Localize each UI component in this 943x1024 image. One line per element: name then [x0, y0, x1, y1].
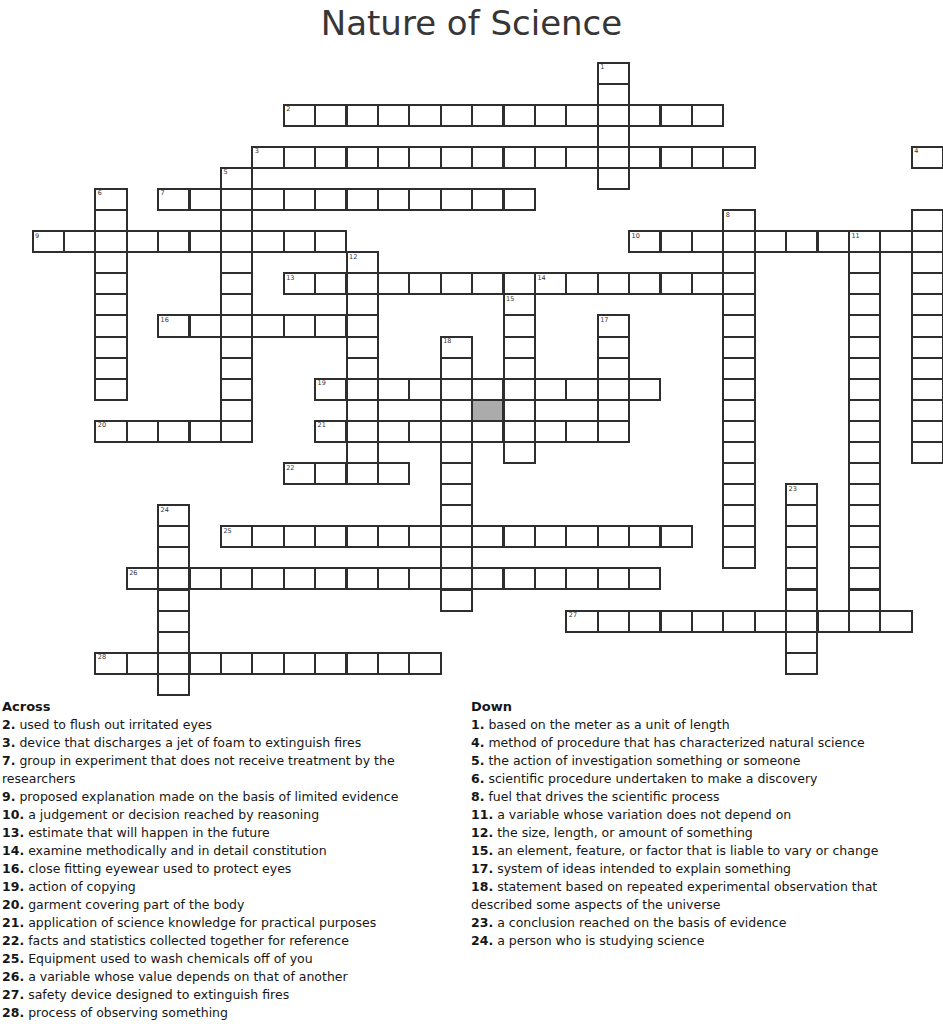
grid-cell[interactable]	[251, 652, 284, 675]
grid-cell[interactable]	[157, 314, 190, 337]
grid-cell[interactable]	[534, 567, 567, 590]
grid-cell[interactable]	[785, 631, 818, 654]
grid-cell[interactable]	[94, 293, 127, 316]
grid-cell[interactable]	[346, 251, 379, 274]
grid-cell[interactable]	[722, 420, 755, 443]
grid-cell[interactable]	[314, 230, 347, 253]
grid-cell[interactable]	[157, 631, 190, 654]
grid-cell[interactable]	[346, 314, 379, 337]
grid-cell[interactable]	[283, 525, 316, 548]
grid-cell[interactable]	[440, 336, 473, 359]
clue-text: application of science knowledge for pra…	[28, 915, 376, 930]
grid-cell[interactable]	[471, 567, 504, 590]
grid-cell[interactable]	[346, 146, 379, 169]
clue-number-label: 3.	[2, 735, 15, 750]
clue-number-label: 24.	[471, 933, 493, 948]
grid-cell[interactable]	[691, 104, 724, 127]
grid-cell[interactable]	[660, 610, 693, 633]
grid-cell[interactable]	[314, 652, 347, 675]
clue-item-down-23: 23. a conclusion reached on the basis of…	[471, 914, 941, 932]
grid-cell[interactable]	[32, 230, 65, 253]
grid-cell[interactable]	[565, 146, 598, 169]
grid-cell[interactable]	[346, 293, 379, 316]
grid-cell[interactable]	[565, 525, 598, 548]
grid-cell[interactable]	[440, 483, 473, 506]
clue-number-label: 16.	[2, 861, 24, 876]
grid-cell[interactable]	[754, 610, 787, 633]
grid-cell[interactable]	[503, 378, 536, 401]
grid-cell[interactable]	[597, 272, 630, 295]
grid-cell[interactable]	[189, 420, 222, 443]
grid-cell[interactable]	[660, 104, 693, 127]
grid-cell[interactable]	[848, 567, 881, 590]
grid-cell[interactable]	[157, 230, 190, 253]
grid-cell[interactable]	[94, 357, 127, 380]
grid-cell[interactable]	[503, 188, 536, 211]
clue-text: an element, feature, or factor that is l…	[497, 843, 878, 858]
grid-cell[interactable]	[283, 652, 316, 675]
grid-cell[interactable]	[157, 567, 190, 590]
grid-cell[interactable]	[722, 399, 755, 422]
grid-cell[interactable]	[157, 504, 190, 527]
grid-cell[interactable]	[785, 483, 818, 506]
grid-cell[interactable]	[848, 251, 881, 274]
grid-cell[interactable]	[503, 336, 536, 359]
grid-cell[interactable]	[503, 293, 536, 316]
grid-cell[interactable]	[565, 420, 598, 443]
grid-cell[interactable]	[283, 230, 316, 253]
grid-cell[interactable]	[220, 525, 253, 548]
grid-cell[interactable]	[346, 567, 379, 590]
grid-cell[interactable]	[408, 146, 441, 169]
grid-cell[interactable]	[534, 525, 567, 548]
grid-cell[interactable]	[440, 272, 473, 295]
clue-number-label: 8.	[471, 789, 484, 804]
grid-cell[interactable]	[597, 336, 630, 359]
grid-cell[interactable]	[597, 357, 630, 380]
grid-cell[interactable]	[189, 314, 222, 337]
grid-cell[interactable]	[597, 167, 630, 190]
grid-cell[interactable]	[503, 357, 536, 380]
grid-cell[interactable]	[157, 589, 190, 612]
grid-cell[interactable]	[597, 146, 630, 169]
grid-cell[interactable]	[565, 567, 598, 590]
grid-cell[interactable]	[817, 230, 850, 253]
clue-item-across-26: 26. a variable whose value depends on th…	[2, 968, 460, 986]
clue-item-across-28: 28. process of observing something	[2, 1004, 460, 1022]
grid-cell[interactable]	[314, 525, 347, 548]
grid-cell[interactable]	[722, 251, 755, 274]
grid-cell[interactable]	[691, 610, 724, 633]
grid-cell[interactable]	[283, 146, 316, 169]
grid-cell[interactable]	[691, 146, 724, 169]
grid-cell[interactable]	[785, 589, 818, 612]
across-clues-section: Across 2. used to flush out irritated ey…	[2, 698, 460, 1022]
grid-cell[interactable]	[722, 378, 755, 401]
grid-cell[interactable]	[660, 525, 693, 548]
grid-cell[interactable]	[220, 652, 253, 675]
clue-text: group in experiment that does not receiv…	[2, 753, 395, 786]
grid-cell[interactable]	[848, 357, 881, 380]
grid-cell[interactable]	[440, 357, 473, 380]
grid-cell[interactable]	[314, 462, 347, 485]
grid-cell[interactable]	[377, 146, 410, 169]
grid-cell[interactable]	[785, 230, 818, 253]
grid-cell[interactable]	[346, 420, 379, 443]
grid-cell[interactable]	[346, 104, 379, 127]
grid-cell[interactable]	[314, 420, 347, 443]
clue-item-across-20: 20. garment covering part of the body	[2, 896, 460, 914]
grid-cell[interactable]	[251, 230, 284, 253]
grid-cell[interactable]	[408, 188, 441, 211]
grid-cell[interactable]	[314, 104, 347, 127]
grid-cell[interactable]	[440, 504, 473, 527]
grid-cell[interactable]	[660, 230, 693, 253]
grid-cell[interactable]	[251, 567, 284, 590]
grid-cell[interactable]	[503, 399, 536, 422]
grid-cell[interactable]	[471, 188, 504, 211]
grid-cell[interactable]	[565, 610, 598, 633]
grid-cell[interactable]	[848, 293, 881, 316]
grid-cell[interactable]	[220, 272, 253, 295]
grid-cell[interactable]	[565, 378, 598, 401]
grid-cell[interactable]	[157, 525, 190, 548]
grid-cell[interactable]	[440, 104, 473, 127]
grid-cell[interactable]	[503, 567, 536, 590]
grid-cell[interactable]	[220, 378, 253, 401]
grid-cell[interactable]	[628, 567, 661, 590]
clue-item-down-17: 17. system of ideas intended to explain …	[471, 860, 941, 878]
grid-cell[interactable]	[722, 546, 755, 569]
grid-cell[interactable]	[848, 546, 881, 569]
grid-cell[interactable]	[597, 525, 630, 548]
grid-cell[interactable]	[503, 146, 536, 169]
grid-cell[interactable]	[534, 272, 567, 295]
grid-cell[interactable]	[911, 251, 943, 274]
grid-cell[interactable]	[848, 314, 881, 337]
grid-cell[interactable]	[471, 146, 504, 169]
grid-cell[interactable]	[597, 420, 630, 443]
grid-cell[interactable]	[408, 652, 441, 675]
grid-cell[interactable]	[848, 399, 881, 422]
grid-cell[interactable]	[911, 336, 943, 359]
grid-cell[interactable]	[503, 272, 536, 295]
grid-cell[interactable]	[94, 230, 127, 253]
grid-cell[interactable]	[408, 272, 441, 295]
grid-cell[interactable]	[94, 314, 127, 337]
grid-cell[interactable]	[440, 546, 473, 569]
grid-cell[interactable]	[283, 272, 316, 295]
grid-cell[interactable]	[189, 188, 222, 211]
grid-cell[interactable]	[471, 420, 504, 443]
grid-cell[interactable]	[346, 441, 379, 464]
grid-cell[interactable]	[722, 272, 755, 295]
grid-cell[interactable]	[597, 314, 630, 337]
grid-cell[interactable]	[220, 567, 253, 590]
grid-cell[interactable]	[848, 462, 881, 485]
grid-cell[interactable]	[94, 336, 127, 359]
clue-text: a conclusion reached on the basis of evi…	[497, 915, 786, 930]
grid-cell[interactable]	[722, 441, 755, 464]
grid-cell[interactable]	[94, 378, 127, 401]
grid-cell[interactable]	[377, 652, 410, 675]
grid-cell[interactable]	[346, 357, 379, 380]
grid-cell[interactable]	[220, 251, 253, 274]
grid-cell[interactable]	[189, 230, 222, 253]
grid-cell[interactable]	[251, 188, 284, 211]
clue-item-across-16: 16. close fitting eyewear used to protec…	[2, 860, 460, 878]
grid-cell[interactable]	[879, 230, 912, 253]
grid-cell[interactable]	[722, 483, 755, 506]
grid-cell[interactable]	[722, 504, 755, 527]
clue-text: statement based on repeated experimental…	[471, 879, 877, 912]
grid-cell[interactable]	[126, 230, 159, 253]
grid-cell[interactable]	[848, 483, 881, 506]
grid-cell[interactable]	[848, 525, 881, 548]
grid-cell[interactable]	[220, 209, 253, 232]
grid-cell[interactable]	[628, 104, 661, 127]
grid-cell[interactable]	[220, 336, 253, 359]
grid-cell[interactable]	[314, 272, 347, 295]
grid-cell[interactable]	[471, 378, 504, 401]
grid-cell[interactable]	[911, 146, 943, 169]
grid-cell[interactable]	[911, 209, 943, 232]
grid-cell[interactable]	[346, 378, 379, 401]
grid-cell[interactable]	[597, 378, 630, 401]
grid-cell[interactable]	[377, 420, 410, 443]
grid-cell[interactable]	[346, 399, 379, 422]
grid-cell-highlighted[interactable]	[471, 399, 504, 422]
grid-cell[interactable]	[534, 420, 567, 443]
grid-cell[interactable]	[848, 589, 881, 612]
clue-text: action of copying	[28, 879, 136, 894]
grid-cell[interactable]	[534, 146, 567, 169]
grid-cell[interactable]	[346, 272, 379, 295]
grid-cell[interactable]	[565, 104, 598, 127]
grid-cell[interactable]	[534, 104, 567, 127]
grid-cell[interactable]	[440, 399, 473, 422]
grid-cell[interactable]	[251, 146, 284, 169]
grid-cell[interactable]	[503, 525, 536, 548]
grid-cell[interactable]	[628, 272, 661, 295]
grid-cell[interactable]	[471, 525, 504, 548]
grid-cell[interactable]	[283, 314, 316, 337]
grid-cell[interactable]	[377, 567, 410, 590]
grid-cell[interactable]	[911, 378, 943, 401]
grid-cell[interactable]	[94, 652, 127, 675]
grid-cell[interactable]	[503, 441, 536, 464]
grid-cell[interactable]	[408, 104, 441, 127]
clue-item-across-10: 10. a judgement or decision reached by r…	[2, 806, 460, 824]
grid-cell[interactable]	[660, 146, 693, 169]
grid-cell[interactable]	[911, 314, 943, 337]
grid-cell[interactable]	[785, 546, 818, 569]
grid-cell[interactable]	[911, 272, 943, 295]
grid-cell[interactable]	[157, 610, 190, 633]
grid-cell[interactable]	[628, 378, 661, 401]
grid-cell[interactable]	[94, 420, 127, 443]
grid-cell[interactable]	[440, 188, 473, 211]
clue-text: based on the meter as a unit of length	[488, 717, 729, 732]
grid-cell[interactable]	[377, 525, 410, 548]
clue-number-label: 5.	[471, 753, 484, 768]
grid-cell[interactable]	[251, 314, 284, 337]
grid-cell[interactable]	[408, 567, 441, 590]
grid-cell[interactable]	[440, 378, 473, 401]
grid-cell[interactable]	[94, 209, 127, 232]
grid-cell[interactable]	[283, 104, 316, 127]
grid-cell[interactable]	[346, 652, 379, 675]
grid-cell[interactable]	[848, 441, 881, 464]
grid-cell[interactable]	[440, 462, 473, 485]
grid-cell[interactable]	[848, 378, 881, 401]
grid-cell[interactable]	[691, 230, 724, 253]
grid-cell[interactable]	[220, 420, 253, 443]
grid-cell[interactable]	[911, 293, 943, 316]
grid-cell[interactable]	[408, 525, 441, 548]
grid-cell[interactable]	[597, 125, 630, 148]
grid-cell[interactable]	[408, 378, 441, 401]
grid-cell[interactable]	[754, 230, 787, 253]
grid-cell[interactable]	[94, 251, 127, 274]
grid-cell[interactable]	[471, 272, 504, 295]
grid-cell[interactable]	[157, 420, 190, 443]
clue-text: process of observing something	[28, 1005, 228, 1020]
grid-cell[interactable]	[785, 567, 818, 590]
grid-cell[interactable]	[911, 230, 943, 253]
grid-cell[interactable]	[785, 652, 818, 675]
grid-cell[interactable]	[440, 525, 473, 548]
grid-cell[interactable]	[346, 188, 379, 211]
grid-cell[interactable]	[565, 272, 598, 295]
grid-cell[interactable]	[722, 293, 755, 316]
grid-cell[interactable]	[94, 272, 127, 295]
grid-cell[interactable]	[848, 336, 881, 359]
grid-cell[interactable]	[157, 188, 190, 211]
grid-cell[interactable]	[534, 378, 567, 401]
grid-cell[interactable]	[660, 272, 693, 295]
grid-cell[interactable]	[722, 610, 755, 633]
grid-cell[interactable]	[503, 314, 536, 337]
grid-cell[interactable]	[911, 441, 943, 464]
grid-cell[interactable]	[157, 546, 190, 569]
grid-cell[interactable]	[126, 652, 159, 675]
grid-cell[interactable]	[157, 673, 190, 696]
grid-cell[interactable]	[283, 462, 316, 485]
grid-cell[interactable]	[314, 146, 347, 169]
grid-cell[interactable]	[440, 420, 473, 443]
grid-cell[interactable]	[848, 610, 881, 633]
grid-cell[interactable]	[503, 420, 536, 443]
grid-cell[interactable]	[220, 399, 253, 422]
grid-cell[interactable]	[440, 146, 473, 169]
grid-cell[interactable]	[722, 525, 755, 548]
grid-cell[interactable]	[440, 567, 473, 590]
grid-cell[interactable]	[628, 230, 661, 253]
grid-cell[interactable]	[157, 652, 190, 675]
grid-cell[interactable]	[848, 272, 881, 295]
grid-cell[interactable]	[283, 188, 316, 211]
grid-cell[interactable]	[785, 525, 818, 548]
grid-cell[interactable]	[911, 357, 943, 380]
grid-cell[interactable]	[785, 504, 818, 527]
grid-cell[interactable]	[879, 610, 912, 633]
grid-cell[interactable]	[377, 188, 410, 211]
grid-cell[interactable]	[597, 104, 630, 127]
grid-cell[interactable]	[377, 272, 410, 295]
grid-cell[interactable]	[346, 462, 379, 485]
grid-cell[interactable]	[628, 525, 661, 548]
grid-cell[interactable]	[377, 462, 410, 485]
grid-cell[interactable]	[283, 567, 316, 590]
clue-number-label: 23.	[471, 915, 493, 930]
grid-cell[interactable]	[911, 399, 943, 422]
grid-cell[interactable]	[471, 104, 504, 127]
grid-cell[interactable]	[189, 567, 222, 590]
grid-cell[interactable]	[785, 610, 818, 633]
grid-cell[interactable]	[722, 146, 755, 169]
grid-cell[interactable]	[220, 293, 253, 316]
grid-cell[interactable]	[848, 230, 881, 253]
grid-cell[interactable]	[848, 420, 881, 443]
grid-cell[interactable]	[314, 567, 347, 590]
grid-cell[interactable]	[722, 314, 755, 337]
grid-cell[interactable]	[220, 314, 253, 337]
grid-cell[interactable]	[597, 62, 630, 85]
grid-cell[interactable]	[628, 146, 661, 169]
grid-cell[interactable]	[440, 441, 473, 464]
clue-text: examine methodically and in detail const…	[28, 843, 326, 858]
grid-cell[interactable]	[314, 188, 347, 211]
grid-cell[interactable]	[346, 336, 379, 359]
grid-cell[interactable]	[377, 104, 410, 127]
grid-cell[interactable]	[220, 230, 253, 253]
grid-cell[interactable]	[722, 230, 755, 253]
grid-cell[interactable]	[722, 209, 755, 232]
grid-cell[interactable]	[189, 652, 222, 675]
grid-cell[interactable]	[251, 525, 284, 548]
grid-cell[interactable]	[314, 314, 347, 337]
grid-cell[interactable]	[848, 504, 881, 527]
grid-cell[interactable]	[597, 567, 630, 590]
grid-cell[interactable]	[126, 567, 159, 590]
grid-cell[interactable]	[597, 610, 630, 633]
grid-cell[interactable]	[314, 378, 347, 401]
grid-cell[interactable]	[220, 357, 253, 380]
grid-cell[interactable]	[691, 272, 724, 295]
grid-cell[interactable]	[408, 420, 441, 443]
grid-cell[interactable]	[628, 610, 661, 633]
grid-cell[interactable]	[220, 188, 253, 211]
grid-cell[interactable]	[440, 589, 473, 612]
grid-cell[interactable]	[346, 525, 379, 548]
grid-cell[interactable]	[126, 420, 159, 443]
grid-cell[interactable]	[722, 462, 755, 485]
grid-cell[interactable]	[94, 188, 127, 211]
grid-cell[interactable]	[220, 167, 253, 190]
grid-cell[interactable]	[911, 420, 943, 443]
grid-cell[interactable]	[63, 230, 96, 253]
grid-cell[interactable]	[377, 378, 410, 401]
grid-cell[interactable]	[722, 336, 755, 359]
clue-number-label: 6.	[471, 771, 484, 786]
grid-cell[interactable]	[722, 357, 755, 380]
grid-cell[interactable]	[597, 83, 630, 106]
grid-cell[interactable]	[503, 104, 536, 127]
grid-cell[interactable]	[817, 610, 850, 633]
clue-number-label: 10.	[2, 807, 24, 822]
grid-cell[interactable]	[597, 399, 630, 422]
